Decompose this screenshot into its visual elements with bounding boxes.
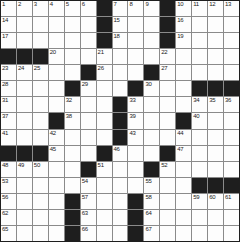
clue-number: 61 xyxy=(225,194,231,201)
cell-r9c7[interactable] xyxy=(97,130,112,145)
clue-number: 28 xyxy=(2,81,8,88)
cell-r1c6[interactable]: 6 xyxy=(81,1,96,16)
cell-r1c5[interactable]: 5 xyxy=(65,1,80,16)
clue-number: 4 xyxy=(50,1,53,8)
clue-number: 38 xyxy=(66,113,72,120)
cell-r6c11[interactable] xyxy=(160,81,175,96)
cell-r9c12[interactable]: 44 xyxy=(176,130,191,145)
cell-r15c3[interactable] xyxy=(33,226,48,241)
cell-r4c15[interactable] xyxy=(224,49,239,64)
cell-r4c4[interactable]: 20 xyxy=(49,49,64,64)
cell-r9c14[interactable] xyxy=(208,130,223,145)
cell-r14c8[interactable] xyxy=(113,210,128,225)
cell-r7c4[interactable] xyxy=(49,97,64,112)
cell-r1c15[interactable]: 13 xyxy=(224,1,239,16)
cell-r8c6[interactable] xyxy=(81,113,96,128)
clue-number: 11 xyxy=(193,1,199,8)
cell-r13c6[interactable]: 57 xyxy=(81,194,96,209)
clue-number: 34 xyxy=(193,97,199,104)
cell-r15c1[interactable]: 65 xyxy=(1,226,16,241)
cell-r7c3[interactable] xyxy=(33,97,48,112)
clue-number: 26 xyxy=(98,65,104,72)
clue-number: 7 xyxy=(114,1,117,8)
black-cell-r1c7 xyxy=(97,1,112,16)
cell-r7c12[interactable] xyxy=(176,97,191,112)
clue-number: 24 xyxy=(18,65,24,72)
cell-r13c4[interactable] xyxy=(49,194,64,209)
cell-r9c1[interactable]: 41 xyxy=(1,130,16,145)
black-cell-r2c7 xyxy=(97,17,112,32)
cell-r5c12[interactable] xyxy=(176,65,191,80)
cell-r15c11[interactable] xyxy=(160,226,175,241)
clue-number: 62 xyxy=(2,210,8,217)
clue-number: 55 xyxy=(145,178,151,185)
cell-r6c12[interactable] xyxy=(176,81,191,96)
cell-r12c1[interactable]: 53 xyxy=(1,178,16,193)
cell-r10c9[interactable] xyxy=(128,146,143,161)
black-cell-r10c2 xyxy=(17,146,32,161)
clue-number: 56 xyxy=(2,194,8,201)
cell-r2c15[interactable] xyxy=(224,17,239,32)
black-cell-r3c11 xyxy=(160,33,175,48)
cell-r4c10[interactable] xyxy=(144,49,159,64)
black-cell-r6c15 xyxy=(224,81,239,96)
cell-r3c5[interactable] xyxy=(65,33,80,48)
cell-r15c14[interactable] xyxy=(208,226,223,241)
clue-number: 64 xyxy=(145,210,151,217)
black-cell-r6c13 xyxy=(192,81,207,96)
cell-r7c15[interactable]: 36 xyxy=(224,97,239,112)
cell-r7c9[interactable]: 33 xyxy=(128,97,143,112)
clue-number: 50 xyxy=(34,162,40,169)
cell-r15c8[interactable] xyxy=(113,226,128,241)
cell-r2c14[interactable] xyxy=(208,17,223,32)
black-cell-r13c5 xyxy=(65,194,80,209)
cell-r3c2[interactable] xyxy=(17,33,32,48)
black-cell-r15c5 xyxy=(65,226,80,241)
clue-number: 45 xyxy=(50,146,56,153)
clue-number: 19 xyxy=(177,33,183,40)
clue-number: 8 xyxy=(129,1,132,8)
cell-r11c13[interactable] xyxy=(192,162,207,177)
clue-number: 47 xyxy=(177,146,183,153)
clue-number: 48 xyxy=(2,162,8,169)
black-cell-r6c14 xyxy=(208,81,223,96)
black-cell-r6c9 xyxy=(128,81,143,96)
cell-r14c7[interactable] xyxy=(97,210,112,225)
clue-number: 13 xyxy=(225,1,231,8)
cell-r13c10[interactable]: 58 xyxy=(144,194,159,209)
cell-r5c8[interactable] xyxy=(113,65,128,80)
black-cell-r11c6 xyxy=(81,162,96,177)
cell-r5c9[interactable] xyxy=(128,65,143,80)
clue-number: 42 xyxy=(50,130,56,137)
cell-r1c2[interactable]: 2 xyxy=(17,1,32,16)
cell-r11c9[interactable] xyxy=(128,162,143,177)
cell-r14c2[interactable] xyxy=(17,210,32,225)
black-cell-r5c10 xyxy=(144,65,159,80)
black-cell-r10c11 xyxy=(160,146,175,161)
cell-r7c10[interactable] xyxy=(144,97,159,112)
cell-r8c11[interactable] xyxy=(160,113,175,128)
black-cell-r8c12 xyxy=(176,113,191,128)
cell-r8c10[interactable] xyxy=(144,113,159,128)
cell-r9c10[interactable] xyxy=(144,130,159,145)
cell-r14c12[interactable] xyxy=(176,210,191,225)
clue-number: 29 xyxy=(82,81,88,88)
cell-r9c6[interactable] xyxy=(81,130,96,145)
black-cell-r4c1 xyxy=(1,49,16,64)
cell-r15c15[interactable] xyxy=(224,226,239,241)
cell-r9c3[interactable] xyxy=(33,130,48,145)
cell-r12c12[interactable] xyxy=(176,178,191,193)
clue-number: 1 xyxy=(2,1,5,8)
cell-r4c6[interactable] xyxy=(81,49,96,64)
black-cell-r11c10 xyxy=(144,162,159,177)
cell-r11c7[interactable]: 51 xyxy=(97,162,112,177)
cell-r11c5[interactable] xyxy=(65,162,80,177)
cell-r3c12[interactable]: 19 xyxy=(176,33,191,48)
cell-r15c6[interactable]: 66 xyxy=(81,226,96,241)
cell-r9c5[interactable] xyxy=(65,130,80,145)
cell-r6c6[interactable]: 29 xyxy=(81,81,96,96)
cell-r6c8[interactable] xyxy=(113,81,128,96)
cell-r13c11[interactable] xyxy=(160,194,175,209)
cell-r4c8[interactable] xyxy=(113,49,128,64)
clue-number: 27 xyxy=(161,65,167,72)
cell-r14c1[interactable]: 62 xyxy=(1,210,16,225)
cell-r1c1[interactable]: 1 xyxy=(1,1,16,16)
clue-number: 58 xyxy=(145,194,151,201)
cell-r14c13[interactable] xyxy=(192,210,207,225)
cell-r13c13[interactable]: 59 xyxy=(192,194,207,209)
cell-r13c8[interactable] xyxy=(113,194,128,209)
cell-r12c6[interactable]: 54 xyxy=(81,178,96,193)
cell-r10c8[interactable]: 46 xyxy=(113,146,128,161)
cell-r12c10[interactable]: 55 xyxy=(144,178,159,193)
clue-number: 49 xyxy=(18,162,24,169)
cell-r5c3[interactable]: 25 xyxy=(33,65,48,80)
cell-r2c8[interactable]: 15 xyxy=(113,17,128,32)
clue-number: 12 xyxy=(209,1,215,8)
cell-r3c6[interactable] xyxy=(81,33,96,48)
cell-r8c13[interactable]: 40 xyxy=(192,113,207,128)
cell-r3c3[interactable] xyxy=(33,33,48,48)
black-cell-r10c7 xyxy=(97,146,112,161)
clue-number: 31 xyxy=(2,97,8,104)
black-cell-r4c2 xyxy=(17,49,32,64)
cell-r7c2[interactable] xyxy=(17,97,32,112)
cell-r10c15[interactable] xyxy=(224,146,239,161)
cell-r15c13[interactable] xyxy=(192,226,207,241)
black-cell-r14c5 xyxy=(65,210,80,225)
cell-r4c12[interactable] xyxy=(176,49,191,64)
cell-r4c5[interactable] xyxy=(65,49,80,64)
cell-r14c3[interactable] xyxy=(33,210,48,225)
cell-r6c1[interactable]: 28 xyxy=(1,81,16,96)
cell-r2c1[interactable]: 14 xyxy=(1,17,16,32)
cell-r6c4[interactable] xyxy=(49,81,64,96)
cell-r12c7[interactable] xyxy=(97,178,112,193)
cell-r2c2[interactable] xyxy=(17,17,32,32)
cell-r15c2[interactable] xyxy=(17,226,32,241)
black-cell-r6c5 xyxy=(65,81,80,96)
clue-number: 43 xyxy=(129,130,135,137)
cell-r5c5[interactable] xyxy=(65,65,80,80)
cell-r13c12[interactable] xyxy=(176,194,191,209)
cell-r6c2[interactable] xyxy=(17,81,32,96)
cell-r2c12[interactable]: 16 xyxy=(176,17,191,32)
cell-r8c9[interactable]: 39 xyxy=(128,113,143,128)
cell-r3c13[interactable] xyxy=(192,33,207,48)
cell-r14c10[interactable]: 64 xyxy=(144,210,159,225)
clue-number: 60 xyxy=(209,194,215,201)
clue-number: 66 xyxy=(82,226,88,233)
clue-number: 44 xyxy=(177,130,183,137)
cell-r4c9[interactable] xyxy=(128,49,143,64)
clue-number: 52 xyxy=(161,162,167,169)
cell-r15c7[interactable] xyxy=(97,226,112,241)
cell-r8c7[interactable] xyxy=(97,113,112,128)
cell-r9c13[interactable] xyxy=(192,130,207,145)
clue-number: 40 xyxy=(193,113,199,120)
black-cell-r8c4 xyxy=(49,113,64,128)
clue-number: 32 xyxy=(66,97,72,104)
cell-r5c14[interactable] xyxy=(208,65,223,80)
cell-r1c9[interactable]: 8 xyxy=(128,1,143,16)
cell-r1c13[interactable]: 11 xyxy=(192,1,207,16)
cell-r13c15[interactable]: 61 xyxy=(224,194,239,209)
cell-r11c4[interactable] xyxy=(49,162,64,177)
cell-r15c10[interactable]: 67 xyxy=(144,226,159,241)
clue-number: 18 xyxy=(114,33,120,40)
cell-r8c1[interactable]: 37 xyxy=(1,113,16,128)
cell-r5c11[interactable]: 27 xyxy=(160,65,175,80)
clue-number: 65 xyxy=(2,226,8,233)
cell-r14c6[interactable]: 63 xyxy=(81,210,96,225)
clue-number: 33 xyxy=(129,97,135,104)
cell-r2c6[interactable] xyxy=(81,17,96,32)
cell-r8c5[interactable]: 38 xyxy=(65,113,80,128)
clue-number: 23 xyxy=(2,65,8,72)
cell-r2c5[interactable] xyxy=(65,17,80,32)
clue-number: 9 xyxy=(145,1,148,8)
cell-r7c6[interactable] xyxy=(81,97,96,112)
cell-r9c4[interactable]: 42 xyxy=(49,130,64,145)
cell-r8c15[interactable] xyxy=(224,113,239,128)
clue-number: 22 xyxy=(161,49,167,56)
cell-r2c4[interactable] xyxy=(49,17,64,32)
cell-r2c10[interactable] xyxy=(144,17,159,32)
black-cell-r2c11 xyxy=(160,17,175,32)
clue-number: 35 xyxy=(209,97,215,104)
cell-r10c10[interactable] xyxy=(144,146,159,161)
clue-number: 46 xyxy=(114,146,120,153)
cell-r13c7[interactable] xyxy=(97,194,112,209)
cell-r3c8[interactable]: 18 xyxy=(113,33,128,48)
cell-r12c9[interactable] xyxy=(128,178,143,193)
cell-r11c11[interactable]: 52 xyxy=(160,162,175,177)
cell-r4c14[interactable] xyxy=(208,49,223,64)
cell-r13c3[interactable] xyxy=(33,194,48,209)
cell-r2c13[interactable] xyxy=(192,17,207,32)
cell-r12c4[interactable] xyxy=(49,178,64,193)
cell-r7c11[interactable] xyxy=(160,97,175,112)
black-cell-r4c3 xyxy=(33,49,48,64)
cell-r13c14[interactable]: 60 xyxy=(208,194,223,209)
cell-r3c15[interactable] xyxy=(224,33,239,48)
cell-r9c11[interactable] xyxy=(160,130,175,145)
clue-number: 37 xyxy=(2,113,8,120)
cell-r1c4[interactable]: 4 xyxy=(49,1,64,16)
clue-number: 36 xyxy=(225,97,231,104)
cell-r7c7[interactable] xyxy=(97,97,112,112)
cell-r12c5[interactable] xyxy=(65,178,80,193)
clue-number: 20 xyxy=(50,49,56,56)
cell-r5c15[interactable] xyxy=(224,65,239,80)
clue-number: 10 xyxy=(177,1,183,8)
black-cell-r10c1 xyxy=(1,146,16,161)
clue-number: 63 xyxy=(82,210,88,217)
cell-r14c4[interactable] xyxy=(49,210,64,225)
clue-number: 16 xyxy=(177,17,183,24)
cell-r7c13[interactable]: 34 xyxy=(192,97,207,112)
cell-r11c12[interactable] xyxy=(176,162,191,177)
cell-r5c2[interactable]: 24 xyxy=(17,65,32,80)
cell-r1c10[interactable]: 9 xyxy=(144,1,159,16)
black-cell-r8c8 xyxy=(113,113,128,128)
black-cell-r14c9 xyxy=(128,210,143,225)
cell-r8c2[interactable] xyxy=(17,113,32,128)
cell-r5c4[interactable] xyxy=(49,65,64,80)
cell-r12c8[interactable] xyxy=(113,178,128,193)
cell-r7c14[interactable]: 35 xyxy=(208,97,223,112)
cell-r9c9[interactable]: 43 xyxy=(128,130,143,145)
cell-r12c2[interactable] xyxy=(17,178,32,193)
clue-number: 57 xyxy=(82,194,88,201)
cell-r4c13[interactable] xyxy=(192,49,207,64)
cell-r10c5[interactable] xyxy=(65,146,80,161)
black-cell-r9c8 xyxy=(113,130,128,145)
black-cell-r10c3 xyxy=(33,146,48,161)
cell-r9c15[interactable] xyxy=(224,130,239,145)
clue-number: 39 xyxy=(129,113,135,120)
cell-r6c7[interactable] xyxy=(97,81,112,96)
clue-number: 6 xyxy=(82,1,85,8)
cell-r2c3[interactable] xyxy=(33,17,48,32)
cell-r12c11[interactable] xyxy=(160,178,175,193)
cell-r3c14[interactable] xyxy=(208,33,223,48)
cell-r11c2[interactable]: 49 xyxy=(17,162,32,177)
cell-r4c7[interactable]: 21 xyxy=(97,49,112,64)
cell-r13c1[interactable]: 56 xyxy=(1,194,16,209)
cell-r11c1[interactable]: 48 xyxy=(1,162,16,177)
cell-r8c14[interactable] xyxy=(208,113,223,128)
cell-r5c7[interactable]: 26 xyxy=(97,65,112,80)
clue-number: 59 xyxy=(193,194,199,201)
cell-r14c14[interactable] xyxy=(208,210,223,225)
clue-number: 2 xyxy=(18,1,21,8)
cell-r10c4[interactable]: 45 xyxy=(49,146,64,161)
cell-r13c2[interactable] xyxy=(17,194,32,209)
cell-r1c14[interactable]: 12 xyxy=(208,1,223,16)
cell-r4c11[interactable]: 22 xyxy=(160,49,175,64)
clue-number: 15 xyxy=(114,17,120,24)
black-cell-r1c11 xyxy=(160,1,175,16)
cell-r1c3[interactable]: 3 xyxy=(33,1,48,16)
clue-number: 5 xyxy=(66,1,69,8)
cell-r10c13[interactable] xyxy=(192,146,207,161)
clue-number: 17 xyxy=(2,33,8,40)
cell-r11c15[interactable] xyxy=(224,162,239,177)
black-cell-r3c7 xyxy=(97,33,112,48)
clue-number: 21 xyxy=(98,49,104,56)
cell-r9c2[interactable] xyxy=(17,130,32,145)
cell-r3c1[interactable]: 17 xyxy=(1,33,16,48)
black-cell-r7c8 xyxy=(113,97,128,112)
cell-r3c9[interactable] xyxy=(128,33,143,48)
cell-r11c3[interactable]: 50 xyxy=(33,162,48,177)
cell-r14c11[interactable] xyxy=(160,210,175,225)
cell-r6c10[interactable]: 30 xyxy=(144,81,159,96)
black-cell-r12c14 xyxy=(208,178,223,193)
cell-r10c12[interactable]: 47 xyxy=(176,146,191,161)
clue-number: 67 xyxy=(145,226,151,233)
clue-number: 3 xyxy=(34,1,37,8)
clue-number: 53 xyxy=(2,178,8,185)
cell-r3c10[interactable] xyxy=(144,33,159,48)
cell-r2c9[interactable] xyxy=(128,17,143,32)
cell-r7c1[interactable]: 31 xyxy=(1,97,16,112)
cell-r1c8[interactable]: 7 xyxy=(113,1,128,16)
cell-r7c5[interactable]: 32 xyxy=(65,97,80,112)
black-cell-r13c9 xyxy=(128,194,143,209)
black-cell-r15c9 xyxy=(128,226,143,241)
cell-r1c12[interactable]: 10 xyxy=(176,1,191,16)
crossword-grid: 1234567891011121314151617181920212223242… xyxy=(0,0,240,242)
cell-r10c6[interactable] xyxy=(81,146,96,161)
black-cell-r12c15 xyxy=(224,178,239,193)
cell-r10c14[interactable] xyxy=(208,146,223,161)
cell-r14c15[interactable] xyxy=(224,210,239,225)
cell-r6c3[interactable] xyxy=(33,81,48,96)
cell-r8c3[interactable] xyxy=(33,113,48,128)
cell-r11c8[interactable] xyxy=(113,162,128,177)
clue-number: 41 xyxy=(2,130,8,137)
cell-r5c1[interactable]: 23 xyxy=(1,65,16,80)
cell-r15c12[interactable] xyxy=(176,226,191,241)
black-cell-r5c6 xyxy=(81,65,96,80)
black-cell-r12c13 xyxy=(192,178,207,193)
cell-r5c13[interactable] xyxy=(192,65,207,80)
cell-r12c3[interactable] xyxy=(33,178,48,193)
cell-r3c4[interactable] xyxy=(49,33,64,48)
clue-number: 25 xyxy=(34,65,40,72)
clue-number: 51 xyxy=(98,162,104,169)
clue-number: 30 xyxy=(145,81,151,88)
clue-number: 54 xyxy=(82,178,88,185)
clue-number: 14 xyxy=(2,17,8,24)
cell-r11c14[interactable] xyxy=(208,162,223,177)
cell-r15c4[interactable] xyxy=(49,226,64,241)
